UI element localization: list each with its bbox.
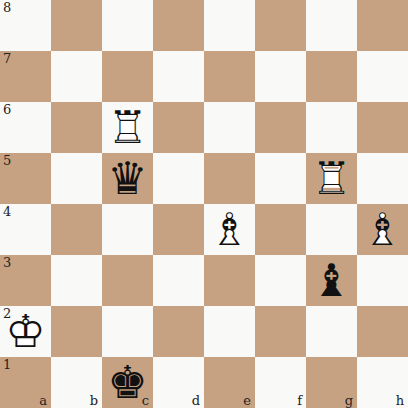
square-e6[interactable]: [204, 102, 255, 153]
square-e7[interactable]: [204, 51, 255, 102]
white-bishop[interactable]: ♗: [204, 204, 255, 255]
square-f1[interactable]: f: [255, 357, 306, 408]
square-f5[interactable]: [255, 153, 306, 204]
square-f8[interactable]: [255, 0, 306, 51]
square-b2[interactable]: [51, 306, 102, 357]
white-bishop-fill: ♝: [357, 204, 408, 255]
square-h2[interactable]: [357, 306, 408, 357]
square-h8[interactable]: [357, 0, 408, 51]
square-b7[interactable]: [51, 51, 102, 102]
file-label-g: g: [345, 394, 353, 407]
rank-label-7: 7: [3, 52, 11, 65]
square-a4[interactable]: 4: [0, 204, 51, 255]
square-g4[interactable]: [306, 204, 357, 255]
square-f7[interactable]: [255, 51, 306, 102]
square-f6[interactable]: [255, 102, 306, 153]
square-c1[interactable]: c♚: [102, 357, 153, 408]
file-label-c: c: [142, 394, 149, 407]
rank-label-2: 2: [3, 307, 11, 320]
file-label-e: e: [243, 394, 251, 407]
square-h7[interactable]: [357, 51, 408, 102]
square-d3[interactable]: [153, 255, 204, 306]
black-bishop[interactable]: ♝: [306, 255, 357, 306]
square-g1[interactable]: g: [306, 357, 357, 408]
white-bishop-fill: ♝: [204, 204, 255, 255]
square-d1[interactable]: d: [153, 357, 204, 408]
square-h3[interactable]: [357, 255, 408, 306]
white-rook[interactable]: ♖: [102, 102, 153, 153]
square-h4[interactable]: ♝♗: [357, 204, 408, 255]
square-a8[interactable]: 8: [0, 0, 51, 51]
square-c6[interactable]: ♜♖: [102, 102, 153, 153]
file-label-d: d: [192, 394, 200, 407]
square-e1[interactable]: e: [204, 357, 255, 408]
square-e2[interactable]: [204, 306, 255, 357]
square-b3[interactable]: [51, 255, 102, 306]
square-g7[interactable]: [306, 51, 357, 102]
file-label-f: f: [297, 394, 302, 407]
square-g2[interactable]: [306, 306, 357, 357]
square-d6[interactable]: [153, 102, 204, 153]
square-a7[interactable]: 7: [0, 51, 51, 102]
square-d4[interactable]: [153, 204, 204, 255]
square-f3[interactable]: [255, 255, 306, 306]
file-label-a: a: [39, 394, 47, 407]
square-c7[interactable]: [102, 51, 153, 102]
square-e3[interactable]: [204, 255, 255, 306]
white-rook[interactable]: ♖: [306, 153, 357, 204]
rank-label-4: 4: [3, 205, 11, 218]
square-g6[interactable]: [306, 102, 357, 153]
square-h6[interactable]: [357, 102, 408, 153]
square-h1[interactable]: h: [357, 357, 408, 408]
rank-label-1: 1: [3, 358, 11, 371]
square-d7[interactable]: [153, 51, 204, 102]
square-d2[interactable]: [153, 306, 204, 357]
square-a6[interactable]: 6: [0, 102, 51, 153]
square-e8[interactable]: [204, 0, 255, 51]
square-c8[interactable]: [102, 0, 153, 51]
square-b1[interactable]: b: [51, 357, 102, 408]
rank-label-6: 6: [3, 103, 11, 116]
square-a3[interactable]: 3: [0, 255, 51, 306]
square-e5[interactable]: [204, 153, 255, 204]
square-b6[interactable]: [51, 102, 102, 153]
square-c5[interactable]: ♛: [102, 153, 153, 204]
square-a2[interactable]: 2♚♔: [0, 306, 51, 357]
black-queen[interactable]: ♛: [102, 153, 153, 204]
square-a5[interactable]: 5: [0, 153, 51, 204]
rank-label-3: 3: [3, 256, 11, 269]
square-f2[interactable]: [255, 306, 306, 357]
chess-board: 876♜♖5♛♜♖4♝♗♝♗3♝2♚♔1abc♚defgh: [0, 0, 408, 408]
square-g5[interactable]: ♜♖: [306, 153, 357, 204]
square-f4[interactable]: [255, 204, 306, 255]
square-b5[interactable]: [51, 153, 102, 204]
white-bishop[interactable]: ♗: [357, 204, 408, 255]
square-g8[interactable]: [306, 0, 357, 51]
file-label-h: h: [396, 394, 404, 407]
square-g3[interactable]: ♝: [306, 255, 357, 306]
square-b8[interactable]: [51, 0, 102, 51]
white-rook-fill: ♜: [306, 153, 357, 204]
file-label-b: b: [90, 394, 98, 407]
rank-label-5: 5: [3, 154, 11, 167]
rank-label-8: 8: [3, 1, 11, 14]
white-rook-fill: ♜: [102, 102, 153, 153]
square-e4[interactable]: ♝♗: [204, 204, 255, 255]
square-d8[interactable]: [153, 0, 204, 51]
square-c2[interactable]: [102, 306, 153, 357]
square-c3[interactable]: [102, 255, 153, 306]
square-d5[interactable]: [153, 153, 204, 204]
square-a1[interactable]: 1a: [0, 357, 51, 408]
square-h5[interactable]: [357, 153, 408, 204]
square-c4[interactable]: [102, 204, 153, 255]
square-b4[interactable]: [51, 204, 102, 255]
